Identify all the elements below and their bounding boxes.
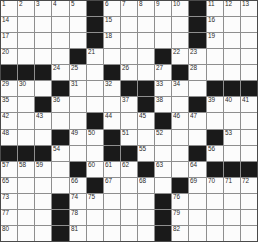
clue-number-26: 26 <box>122 65 129 72</box>
cell-r8c1[interactable] <box>18 130 34 145</box>
cell-r0c2[interactable]: 3 <box>35 1 51 16</box>
cell-r11c9[interactable] <box>155 178 171 193</box>
cell-r5c5[interactable] <box>87 81 103 96</box>
cell-r9c14[interactable] <box>241 146 257 161</box>
black-cell-r4c6 <box>104 65 120 80</box>
cell-r1c14[interactable] <box>241 17 257 32</box>
cell-r6c10[interactable] <box>172 97 188 112</box>
cell-r7c2[interactable]: 43 <box>35 113 51 128</box>
cell-r14c7[interactable] <box>121 226 137 241</box>
cell-r5c9[interactable]: 33 <box>155 81 171 96</box>
cell-r0c14[interactable]: 13 <box>241 1 257 16</box>
cell-r8c2[interactable] <box>35 130 51 145</box>
clue-number-34: 34 <box>173 81 180 88</box>
cell-r12c6[interactable] <box>104 194 120 209</box>
cell-r13c0[interactable]: 77 <box>1 210 17 225</box>
cell-r0c8[interactable]: 8 <box>138 1 154 16</box>
cell-r12c13[interactable] <box>224 194 240 209</box>
cell-r9c9[interactable] <box>155 146 171 161</box>
black-cell-r11c5 <box>87 178 103 193</box>
black-cell-r0c11 <box>189 1 205 16</box>
cell-r14c8[interactable] <box>138 226 154 241</box>
cell-r6c13[interactable]: 40 <box>224 97 240 112</box>
cell-r10c9[interactable]: 63 <box>155 162 171 177</box>
cell-r5c11[interactable] <box>189 81 205 96</box>
cell-r6c6[interactable] <box>104 97 120 112</box>
cell-r1c4[interactable] <box>70 17 86 32</box>
clue-number-9: 9 <box>156 1 160 8</box>
clue-number-41: 41 <box>242 97 249 104</box>
clue-number-31: 31 <box>71 81 78 88</box>
cell-r0c6[interactable]: 6 <box>104 1 120 16</box>
cell-r7c0[interactable]: 42 <box>1 113 17 128</box>
black-cell-r11c10 <box>172 178 188 193</box>
clue-number-13: 13 <box>242 1 249 8</box>
black-cell-r3c4 <box>70 49 86 64</box>
cell-r0c7[interactable]: 7 <box>121 1 137 16</box>
clue-number-76: 76 <box>173 194 180 201</box>
cell-r11c7[interactable] <box>121 178 137 193</box>
clue-number-52: 52 <box>156 130 163 137</box>
black-cell-r6c2 <box>35 97 51 112</box>
cell-r0c9[interactable]: 9 <box>155 1 171 16</box>
cell-r7c14[interactable] <box>241 113 257 128</box>
cell-r2c3[interactable] <box>52 33 68 48</box>
cell-r3c5[interactable]: 21 <box>87 49 103 64</box>
cell-r0c1[interactable]: 2 <box>18 1 34 16</box>
clue-number-47: 47 <box>190 113 197 120</box>
clue-number-11: 11 <box>208 1 215 8</box>
cell-r6c9[interactable]: 38 <box>155 97 171 112</box>
clue-number-58: 58 <box>19 162 26 169</box>
cell-r8c0[interactable]: 48 <box>1 130 17 145</box>
cell-r2c13[interactable] <box>224 33 240 48</box>
black-cell-r7c5 <box>87 113 103 128</box>
cell-r3c12[interactable] <box>207 49 223 64</box>
clue-number-82: 82 <box>173 226 180 233</box>
black-cell-r4c10 <box>172 65 188 80</box>
cell-r12c5[interactable]: 75 <box>87 194 103 209</box>
black-cell-r3c9 <box>155 49 171 64</box>
cell-r13c10[interactable]: 79 <box>172 210 188 225</box>
cell-r4c13[interactable] <box>224 65 240 80</box>
clue-number-14: 14 <box>2 17 9 24</box>
black-cell-r9c2 <box>35 146 51 161</box>
cell-r13c4[interactable]: 78 <box>70 210 86 225</box>
cell-r4c9[interactable]: 27 <box>155 65 171 80</box>
clue-number-75: 75 <box>88 194 95 201</box>
cell-r10c5[interactable]: 60 <box>87 162 103 177</box>
cell-r9c4[interactable] <box>70 146 86 161</box>
black-cell-r8c3 <box>52 130 68 145</box>
cell-r7c7[interactable] <box>121 113 137 128</box>
cell-r8c14[interactable] <box>241 130 257 145</box>
cell-r12c8[interactable] <box>138 194 154 209</box>
cell-r2c14[interactable] <box>241 33 257 48</box>
cell-r8c10[interactable] <box>172 130 188 145</box>
cell-r8c9[interactable]: 52 <box>155 130 171 145</box>
cell-r10c3[interactable] <box>52 162 68 177</box>
cell-r2c12[interactable]: 19 <box>207 33 223 48</box>
cell-r7c10[interactable]: 46 <box>172 113 188 128</box>
cell-r6c7[interactable]: 37 <box>121 97 137 112</box>
clue-number-64: 64 <box>190 162 197 169</box>
black-cell-r13c3 <box>52 210 68 225</box>
cell-r13c6[interactable] <box>104 210 120 225</box>
cell-r2c9[interactable] <box>155 33 171 48</box>
cell-r8c5[interactable]: 50 <box>87 130 103 145</box>
cell-r1c1[interactable] <box>18 17 34 32</box>
clue-number-79: 79 <box>173 210 180 217</box>
clue-number-48: 48 <box>2 130 9 137</box>
cell-r4c11[interactable]: 28 <box>189 65 205 80</box>
cell-r10c0[interactable]: 57 <box>1 162 17 177</box>
clue-number-15: 15 <box>105 17 112 24</box>
cell-r13c8[interactable] <box>138 210 154 225</box>
cell-r0c10[interactable]: 10 <box>172 1 188 16</box>
cell-r10c10[interactable] <box>172 162 188 177</box>
clue-number-68: 68 <box>139 178 146 185</box>
clue-number-35: 35 <box>2 97 9 104</box>
clue-number-12: 12 <box>225 1 232 8</box>
cell-r11c3[interactable] <box>52 178 68 193</box>
cell-r1c13[interactable] <box>224 17 240 32</box>
clue-number-71: 71 <box>225 178 232 185</box>
cell-r12c14[interactable] <box>241 194 257 209</box>
cell-r12c1[interactable] <box>18 194 34 209</box>
crossword-grid: 1234567891011121314151617181920212223242… <box>0 0 258 242</box>
cell-r14c4[interactable]: 81 <box>70 226 86 241</box>
cell-r11c1[interactable] <box>18 178 34 193</box>
clue-number-70: 70 <box>208 178 215 185</box>
clue-number-29: 29 <box>2 81 9 88</box>
clue-number-16: 16 <box>208 17 215 24</box>
clue-number-51: 51 <box>122 130 129 137</box>
cell-r3c13[interactable] <box>224 49 240 64</box>
cell-r8c7[interactable]: 51 <box>121 130 137 145</box>
cell-r11c0[interactable]: 65 <box>1 178 17 193</box>
cell-r11c11[interactable]: 69 <box>189 178 205 193</box>
clue-number-65: 65 <box>2 178 9 185</box>
clue-number-74: 74 <box>71 194 78 201</box>
cell-r3c6[interactable] <box>104 49 120 64</box>
cell-r1c7[interactable] <box>121 17 137 32</box>
cell-r6c4[interactable] <box>70 97 86 112</box>
cell-r2c4[interactable] <box>70 33 86 48</box>
clue-number-25: 25 <box>71 65 78 72</box>
cell-r10c1[interactable]: 58 <box>18 162 34 177</box>
cell-r12c2[interactable] <box>35 194 51 209</box>
cell-r7c6[interactable]: 44 <box>104 113 120 128</box>
cell-r3c1[interactable] <box>18 49 34 64</box>
black-cell-r14c3 <box>52 226 68 241</box>
black-cell-r9c7 <box>121 146 137 161</box>
clue-number-59: 59 <box>36 162 43 169</box>
cell-r2c7[interactable] <box>121 33 137 48</box>
cell-r8c8[interactable] <box>138 130 154 145</box>
black-cell-r4c1 <box>18 65 34 80</box>
clue-number-50: 50 <box>88 130 95 137</box>
cell-r4c5[interactable] <box>87 65 103 80</box>
cell-r4c12[interactable] <box>207 65 223 80</box>
black-cell-r9c0 <box>1 146 17 161</box>
clue-number-69: 69 <box>190 178 197 185</box>
clue-number-36: 36 <box>53 97 60 104</box>
cell-r9c8[interactable]: 55 <box>138 146 154 161</box>
black-cell-r6c8 <box>138 97 154 112</box>
clue-number-53: 53 <box>225 130 232 137</box>
cell-r3c11[interactable]: 23 <box>189 49 205 64</box>
cell-r13c7[interactable] <box>121 210 137 225</box>
cell-r2c2[interactable] <box>35 33 51 48</box>
clue-number-62: 62 <box>122 162 129 169</box>
cell-r10c11[interactable]: 64 <box>189 162 205 177</box>
cell-r6c3[interactable]: 36 <box>52 97 68 112</box>
cell-r1c12[interactable]: 16 <box>207 17 223 32</box>
black-cell-r1c11 <box>189 17 205 32</box>
cell-r3c7[interactable] <box>121 49 137 64</box>
cell-r14c10[interactable]: 82 <box>172 226 188 241</box>
cell-r12c10[interactable]: 76 <box>172 194 188 209</box>
clue-number-23: 23 <box>190 49 197 56</box>
cell-r12c0[interactable]: 73 <box>1 194 17 209</box>
cell-r3c2[interactable] <box>35 49 51 64</box>
clue-number-67: 67 <box>105 178 112 185</box>
clue-number-55: 55 <box>139 146 146 153</box>
cell-r8c11[interactable] <box>189 130 205 145</box>
clue-number-33: 33 <box>156 81 163 88</box>
clue-number-60: 60 <box>88 162 95 169</box>
cell-r0c12[interactable]: 11 <box>207 1 223 16</box>
cell-r13c1[interactable] <box>18 210 34 225</box>
cell-r0c0[interactable]: 1 <box>1 1 17 16</box>
black-cell-r12c9 <box>155 194 171 209</box>
clue-number-20: 20 <box>2 49 9 56</box>
cell-r4c14[interactable] <box>241 65 257 80</box>
clue-number-32: 32 <box>105 81 112 88</box>
cell-r0c4[interactable]: 5 <box>70 1 86 16</box>
cell-r3c8[interactable] <box>138 49 154 64</box>
cell-r1c2[interactable] <box>35 17 51 32</box>
cell-r14c12[interactable] <box>207 226 223 241</box>
cell-r4c3[interactable]: 24 <box>52 65 68 80</box>
clue-number-38: 38 <box>156 97 163 104</box>
cell-r6c5[interactable] <box>87 97 103 112</box>
cell-r0c13[interactable]: 12 <box>224 1 240 16</box>
cell-r9c12[interactable]: 56 <box>207 146 223 161</box>
cell-r12c7[interactable] <box>121 194 137 209</box>
cell-r13c2[interactable] <box>35 210 51 225</box>
black-cell-r5c8 <box>138 81 154 96</box>
cell-r11c14[interactable]: 72 <box>241 178 257 193</box>
cell-r14c1[interactable] <box>18 226 34 241</box>
black-cell-r10c14 <box>241 162 257 177</box>
black-cell-r12c3 <box>52 194 68 209</box>
clue-number-40: 40 <box>225 97 232 104</box>
cell-r14c11[interactable] <box>189 226 205 241</box>
cell-r4c8[interactable] <box>138 65 154 80</box>
black-cell-r2c11 <box>189 33 205 48</box>
black-cell-r10c12 <box>207 162 223 177</box>
cell-r5c2[interactable] <box>35 81 51 96</box>
cell-r3c10[interactable]: 22 <box>172 49 188 64</box>
clue-number-63: 63 <box>156 162 163 169</box>
cell-r2c6[interactable]: 18 <box>104 33 120 48</box>
cell-r14c14[interactable] <box>241 226 257 241</box>
black-cell-r13c9 <box>155 210 171 225</box>
cell-r13c11[interactable] <box>189 210 205 225</box>
cell-r1c10[interactable] <box>172 17 188 32</box>
clue-number-46: 46 <box>173 113 180 120</box>
clue-number-1: 1 <box>2 1 6 8</box>
black-cell-r14c9 <box>155 226 171 241</box>
clue-number-7: 7 <box>122 1 126 8</box>
clue-number-72: 72 <box>242 178 249 185</box>
cell-r14c0[interactable]: 80 <box>1 226 17 241</box>
black-cell-r9c11 <box>189 146 205 161</box>
clue-number-80: 80 <box>2 226 9 233</box>
cell-r9c3[interactable]: 54 <box>52 146 68 161</box>
clue-number-44: 44 <box>105 113 112 120</box>
cell-r12c11[interactable] <box>189 194 205 209</box>
clue-number-61: 61 <box>105 162 112 169</box>
cell-r9c13[interactable] <box>224 146 240 161</box>
cell-r4c4[interactable]: 25 <box>70 65 86 80</box>
clue-number-42: 42 <box>2 113 9 120</box>
cell-r5c4[interactable]: 31 <box>70 81 86 96</box>
clue-number-30: 30 <box>19 81 26 88</box>
clue-number-56: 56 <box>208 146 215 153</box>
black-cell-r9c6 <box>104 146 120 161</box>
cell-r10c2[interactable]: 59 <box>35 162 51 177</box>
cell-r1c8[interactable] <box>138 17 154 32</box>
cell-r7c11[interactable]: 47 <box>189 113 205 128</box>
cell-r14c13[interactable] <box>224 226 240 241</box>
cell-r12c4[interactable]: 74 <box>70 194 86 209</box>
cell-r5c1[interactable]: 30 <box>18 81 34 96</box>
black-cell-r10c4 <box>70 162 86 177</box>
cell-r7c8[interactable]: 45 <box>138 113 154 128</box>
clue-number-19: 19 <box>208 33 215 40</box>
cell-r13c12[interactable] <box>207 210 223 225</box>
cell-r3c14[interactable] <box>241 49 257 64</box>
cell-r14c6[interactable] <box>104 226 120 241</box>
black-cell-r4c2 <box>35 65 51 80</box>
black-cell-r4c0 <box>1 65 17 80</box>
cell-r1c6[interactable]: 15 <box>104 17 120 32</box>
clue-number-18: 18 <box>105 33 112 40</box>
black-cell-r0c5 <box>87 1 103 16</box>
cell-r5c10[interactable]: 34 <box>172 81 188 96</box>
cell-r8c4[interactable]: 49 <box>70 130 86 145</box>
clue-number-43: 43 <box>36 113 43 120</box>
cell-r7c3[interactable] <box>52 113 68 128</box>
black-cell-r5c12 <box>207 81 223 96</box>
cell-r5c0[interactable]: 29 <box>1 81 17 96</box>
clue-number-3: 3 <box>36 1 40 8</box>
black-cell-r1c5 <box>87 17 103 32</box>
black-cell-r5c13 <box>224 81 240 96</box>
clue-number-21: 21 <box>88 49 95 56</box>
clue-number-78: 78 <box>71 210 78 217</box>
cell-r10c6[interactable]: 61 <box>104 162 120 177</box>
cell-r7c1[interactable] <box>18 113 34 128</box>
black-cell-r5c7 <box>121 81 137 96</box>
cell-r1c9[interactable] <box>155 17 171 32</box>
cell-r6c12[interactable]: 39 <box>207 97 223 112</box>
cell-r14c2[interactable] <box>35 226 51 241</box>
cell-r1c0[interactable]: 14 <box>1 17 17 32</box>
cell-r13c13[interactable] <box>224 210 240 225</box>
cell-r9c10[interactable] <box>172 146 188 161</box>
cell-r4c7[interactable]: 26 <box>121 65 137 80</box>
clue-number-54: 54 <box>53 146 60 153</box>
cell-r2c1[interactable] <box>18 33 34 48</box>
clue-number-22: 22 <box>173 49 180 56</box>
cell-r7c4[interactable] <box>70 113 86 128</box>
cell-r13c5[interactable] <box>87 210 103 225</box>
cell-r7c12[interactable] <box>207 113 223 128</box>
clue-number-5: 5 <box>71 1 75 8</box>
clue-number-77: 77 <box>2 210 9 217</box>
cell-r11c12[interactable]: 70 <box>207 178 223 193</box>
cell-r11c2[interactable] <box>35 178 51 193</box>
black-cell-r7c9 <box>155 113 171 128</box>
cell-r13c14[interactable] <box>241 210 257 225</box>
clue-number-27: 27 <box>156 65 163 72</box>
cell-r3c0[interactable]: 20 <box>1 49 17 64</box>
cell-r9c5[interactable] <box>87 146 103 161</box>
clue-number-37: 37 <box>122 97 129 104</box>
clue-number-17: 17 <box>2 33 9 40</box>
cell-r6c1[interactable] <box>18 97 34 112</box>
clue-number-57: 57 <box>2 162 9 169</box>
cell-r11c6[interactable]: 67 <box>104 178 120 193</box>
clue-number-10: 10 <box>173 1 180 8</box>
black-cell-r8c12 <box>207 130 223 145</box>
clue-number-28: 28 <box>190 65 197 72</box>
clue-number-2: 2 <box>19 1 23 8</box>
clue-number-81: 81 <box>71 226 78 233</box>
cell-r3c3[interactable] <box>52 49 68 64</box>
black-cell-r5c3 <box>52 81 68 96</box>
cell-r5c6[interactable]: 32 <box>104 81 120 96</box>
cell-r0c3[interactable]: 4 <box>52 1 68 16</box>
cell-r8c13[interactable]: 53 <box>224 130 240 145</box>
clue-number-73: 73 <box>2 194 9 201</box>
cell-r7c13[interactable] <box>224 113 240 128</box>
clue-number-8: 8 <box>139 1 143 8</box>
clue-number-24: 24 <box>53 65 60 72</box>
cell-r11c4[interactable]: 66 <box>70 178 86 193</box>
black-cell-r10c8 <box>138 162 154 177</box>
black-cell-r2c5 <box>87 33 103 48</box>
cell-r6c14[interactable]: 41 <box>241 97 257 112</box>
cell-r2c8[interactable] <box>138 33 154 48</box>
cell-r1c3[interactable] <box>52 17 68 32</box>
clue-number-39: 39 <box>208 97 215 104</box>
black-cell-r10c13 <box>224 162 240 177</box>
cell-r11c8[interactable]: 68 <box>138 178 154 193</box>
cell-r10c7[interactable]: 62 <box>121 162 137 177</box>
cell-r12c12[interactable] <box>207 194 223 209</box>
cell-r2c0[interactable]: 17 <box>1 33 17 48</box>
cell-r2c10[interactable] <box>172 33 188 48</box>
cell-r14c5[interactable] <box>87 226 103 241</box>
black-cell-r9c1 <box>18 146 34 161</box>
cell-r11c13[interactable]: 71 <box>224 178 240 193</box>
cell-r6c0[interactable]: 35 <box>1 97 17 112</box>
